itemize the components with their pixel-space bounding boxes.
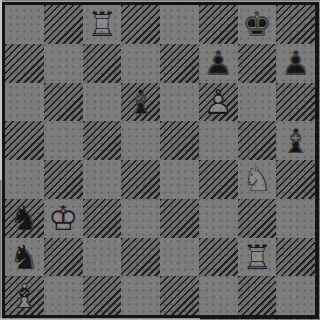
white-rook-g2[interactable]: ♜♖	[238, 238, 277, 277]
white-pawn-glyph-outline: ♙	[199, 83, 238, 122]
black-king-g8[interactable]: ♚♔	[238, 5, 277, 44]
square-b5[interactable]	[44, 121, 83, 160]
square-f4[interactable]	[199, 160, 238, 199]
square-c1[interactable]	[83, 276, 122, 315]
black-bishop-glyph-outline: ♗	[276, 121, 315, 160]
white-bishop-glyph-outline: ♗	[5, 276, 44, 315]
white-king-glyph-outline: ♔	[44, 199, 83, 238]
square-g4[interactable]: ♞♘	[238, 160, 277, 199]
square-f2[interactable]	[199, 238, 238, 277]
square-e2[interactable]	[160, 238, 199, 277]
square-e3[interactable]	[160, 199, 199, 238]
square-e8[interactable]	[160, 5, 199, 44]
page-edge-left	[0, 0, 2, 180]
black-bishop-h5[interactable]: ♝♗	[276, 121, 315, 160]
black-pawn-h7[interactable]: ♟♙	[276, 44, 315, 83]
square-a8[interactable]	[5, 5, 44, 44]
square-b6[interactable]	[44, 83, 83, 122]
black-knight-a3[interactable]: ♞♘	[5, 199, 44, 238]
square-h6[interactable]	[276, 83, 315, 122]
white-knight-g4[interactable]: ♞♘	[238, 160, 277, 199]
square-c3[interactable]	[83, 199, 122, 238]
black-king-glyph-outline: ♔	[238, 5, 277, 44]
square-g1[interactable]	[238, 276, 277, 315]
square-d6[interactable]: ♝♗	[121, 83, 160, 122]
square-g5[interactable]	[238, 121, 277, 160]
square-d2[interactable]	[121, 238, 160, 277]
white-pawn-f6[interactable]: ♟♙	[199, 83, 238, 122]
square-b3[interactable]: ♚♔	[44, 199, 83, 238]
square-b7[interactable]	[44, 44, 83, 83]
square-e6[interactable]	[160, 83, 199, 122]
square-h3[interactable]	[276, 199, 315, 238]
square-b4[interactable]	[44, 160, 83, 199]
square-g7[interactable]	[238, 44, 277, 83]
square-e4[interactable]	[160, 160, 199, 199]
square-b8[interactable]	[44, 5, 83, 44]
white-king-b3[interactable]: ♚♔	[44, 199, 83, 238]
square-h8[interactable]	[276, 5, 315, 44]
white-rook-glyph-outline: ♖	[238, 238, 277, 277]
square-f6[interactable]: ♟♙	[199, 83, 238, 122]
black-pawn-glyph-outline: ♙	[199, 44, 238, 83]
square-a5[interactable]	[5, 121, 44, 160]
square-f5[interactable]	[199, 121, 238, 160]
square-f8[interactable]	[199, 5, 238, 44]
square-e7[interactable]	[160, 44, 199, 83]
square-c4[interactable]	[83, 160, 122, 199]
square-f7[interactable]: ♟♙	[199, 44, 238, 83]
square-b1[interactable]	[44, 276, 83, 315]
square-h2[interactable]	[276, 238, 315, 277]
square-f3[interactable]	[199, 199, 238, 238]
white-rook-glyph-outline: ♖	[83, 5, 122, 44]
white-bishop-a1[interactable]: ♝♗	[5, 276, 44, 315]
square-e1[interactable]	[160, 276, 199, 315]
white-rook-c8[interactable]: ♜♖	[83, 5, 122, 44]
square-f1[interactable]	[199, 276, 238, 315]
black-bishop-glyph-outline: ♗	[121, 83, 160, 122]
square-a6[interactable]	[5, 83, 44, 122]
white-knight-glyph-outline: ♘	[238, 160, 277, 199]
black-bishop-d6[interactable]: ♝♗	[121, 83, 160, 122]
square-d4[interactable]	[121, 160, 160, 199]
square-d3[interactable]	[121, 199, 160, 238]
square-a1[interactable]: ♝♗	[5, 276, 44, 315]
square-d5[interactable]	[121, 121, 160, 160]
square-g3[interactable]	[238, 199, 277, 238]
black-knight-glyph-outline: ♘	[5, 238, 44, 277]
black-pawn-f7[interactable]: ♟♙	[199, 44, 238, 83]
square-g6[interactable]	[238, 83, 277, 122]
square-c7[interactable]	[83, 44, 122, 83]
square-h7[interactable]: ♟♙	[276, 44, 315, 83]
square-h4[interactable]	[276, 160, 315, 199]
square-a4[interactable]	[5, 160, 44, 199]
square-a3[interactable]: ♞♘	[5, 199, 44, 238]
square-c6[interactable]	[83, 83, 122, 122]
square-c5[interactable]	[83, 121, 122, 160]
black-knight-glyph-outline: ♘	[5, 199, 44, 238]
square-c8[interactable]: ♜♖	[83, 5, 122, 44]
square-h5[interactable]: ♝♗	[276, 121, 315, 160]
square-a2[interactable]: ♞♘	[5, 238, 44, 277]
square-e5[interactable]	[160, 121, 199, 160]
square-c2[interactable]	[83, 238, 122, 277]
scanned-chess-diagram-page: { "game": "chess", "diagram_style": "vin…	[0, 0, 320, 320]
square-d1[interactable]	[121, 276, 160, 315]
black-knight-a2[interactable]: ♞♘	[5, 238, 44, 277]
chess-board: ♜♖♚♔♟♙♟♙♝♗♟♙♝♗♞♘♞♘♚♔♞♘♜♖♝♗	[2, 2, 319, 319]
square-h1[interactable]	[276, 276, 315, 315]
square-b2[interactable]	[44, 238, 83, 277]
square-g2[interactable]: ♜♖	[238, 238, 277, 277]
black-pawn-glyph-outline: ♙	[276, 44, 315, 83]
square-a7[interactable]	[5, 44, 44, 83]
square-d7[interactable]	[121, 44, 160, 83]
square-g8[interactable]: ♚♔	[238, 5, 277, 44]
square-d8[interactable]	[121, 5, 160, 44]
